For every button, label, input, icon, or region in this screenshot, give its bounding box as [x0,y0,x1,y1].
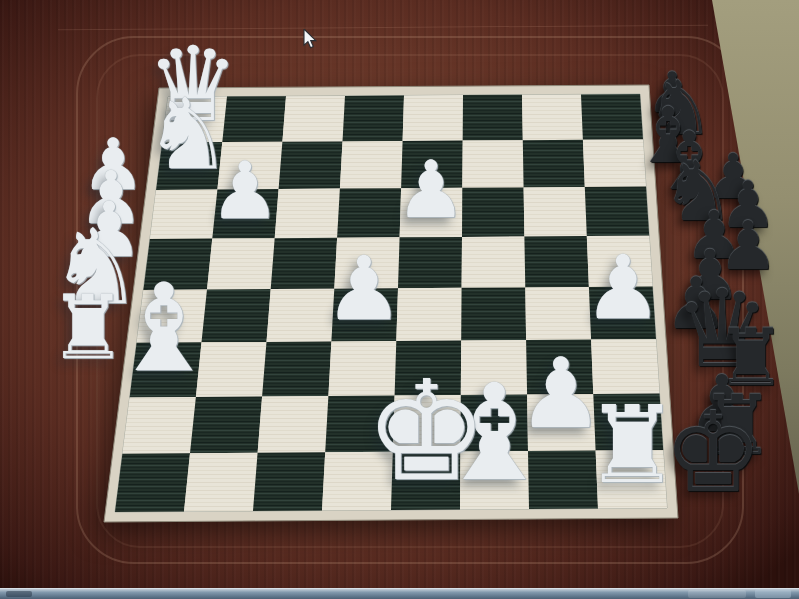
square-c2[interactable] [258,396,329,453]
square-a6[interactable] [150,190,218,240]
square-g5[interactable] [524,236,589,287]
square-b2[interactable] [190,396,262,453]
black-tray-piece-k: ♚ [663,397,763,508]
square-h6[interactable] [585,187,649,237]
taskbar-clock-area[interactable] [755,589,791,598]
square-e8[interactable] [403,95,463,141]
square-c6[interactable] [275,189,340,239]
piece-white-b-a3[interactable]: ♝ [110,268,218,389]
taskbar[interactable] [0,588,799,599]
square-d6[interactable] [337,188,401,238]
piece-white-p-b6[interactable]: ♟ [210,152,281,231]
taskbar-tray-area[interactable] [688,590,746,598]
square-d7[interactable] [340,141,403,189]
square-f5[interactable] [462,237,526,288]
piece-white-p-e6[interactable]: ♟ [396,151,467,230]
square-g4[interactable] [525,287,591,340]
square-g6[interactable] [524,187,587,237]
square-c1[interactable] [253,452,325,511]
square-g8[interactable] [522,94,583,140]
square-g7[interactable] [523,140,585,188]
square-f4[interactable] [461,287,526,340]
screen-photo: ♟♛♞♝♞♟♝♟♟♟♞♟♟♟♟♟♟♞♟♟♟♜♛♝♜♟♟♜♜♝♚♚ [0,0,799,599]
square-e4[interactable] [396,288,461,341]
piece-white-p-h4[interactable]: ♟ [584,244,663,332]
square-f6[interactable] [462,187,524,237]
square-e5[interactable] [398,237,462,288]
square-c3[interactable] [262,341,331,396]
square-b1[interactable] [184,453,258,512]
square-d8[interactable] [343,96,405,142]
square-a1[interactable] [115,453,190,512]
square-f8[interactable] [463,95,523,141]
piece-white-p-d4[interactable]: ♟ [325,245,404,333]
square-c7[interactable] [279,141,343,189]
square-a2[interactable] [122,397,195,454]
mouse-cursor [303,29,319,51]
piece-white-k-e1[interactable]: ♚ [364,363,488,501]
square-f7[interactable] [462,140,523,188]
taskbar-start-area[interactable] [6,591,32,597]
square-c8[interactable] [282,96,345,142]
